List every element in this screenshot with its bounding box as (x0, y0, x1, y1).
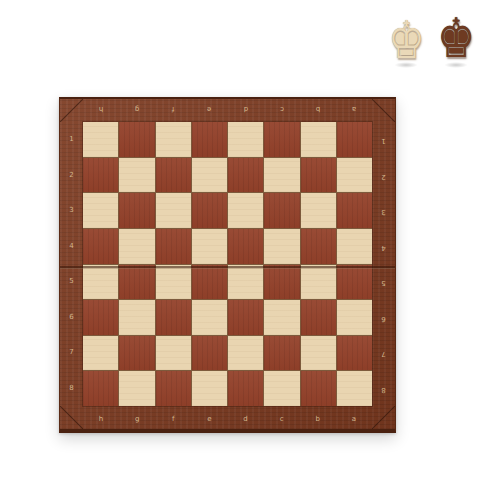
square-d5 (228, 265, 263, 300)
square-g8 (119, 371, 154, 406)
square-g7 (119, 336, 154, 371)
square-e5 (192, 265, 227, 300)
square-h8 (83, 371, 118, 406)
display-pieces: ♚ ♚ (383, 10, 480, 66)
coord-label: a (336, 406, 372, 429)
square-a4 (337, 229, 372, 264)
coord-label: 6 (372, 300, 395, 336)
coord-label: a (336, 99, 372, 122)
square-d6 (228, 300, 263, 335)
coord-label: d (228, 406, 264, 429)
square-h4 (83, 229, 118, 264)
coord-label: 2 (372, 158, 395, 194)
square-d8 (228, 371, 263, 406)
square-g1 (119, 122, 154, 157)
square-a8 (337, 371, 372, 406)
coord-label: c (264, 99, 300, 122)
square-b6 (301, 300, 336, 335)
dark-king: ♚ (437, 12, 475, 66)
coord-label: 3 (60, 193, 83, 229)
square-c4 (264, 229, 299, 264)
square-e7 (192, 336, 227, 371)
square-c6 (264, 300, 299, 335)
coord-label: 4 (372, 229, 395, 265)
square-d2 (228, 158, 263, 193)
rank-labels-left: 12345678 (60, 122, 83, 406)
square-e3 (192, 193, 227, 228)
square-h3 (83, 193, 118, 228)
square-g2 (119, 158, 154, 193)
frame-mitre-bottom-right (372, 406, 395, 429)
product-photo-stage: ♚ ♚ hgfedcba hgfedcba 12345678 12345678 (0, 0, 500, 500)
coord-label: e (191, 99, 227, 122)
white-king: ♚ (388, 14, 424, 66)
coord-label: 2 (60, 158, 83, 194)
coord-label: 1 (60, 122, 83, 158)
square-f5 (156, 265, 191, 300)
square-a2 (337, 158, 372, 193)
coord-label: e (191, 406, 227, 429)
square-b8 (301, 371, 336, 406)
frame-mitre-top-left (60, 99, 83, 122)
square-b5 (301, 265, 336, 300)
coord-label: 8 (372, 371, 395, 407)
square-f8 (156, 371, 191, 406)
square-c3 (264, 193, 299, 228)
square-f2 (156, 158, 191, 193)
coord-label: f (155, 406, 191, 429)
coord-label: 8 (60, 371, 83, 407)
square-d7 (228, 336, 263, 371)
coord-label: g (119, 406, 155, 429)
square-e8 (192, 371, 227, 406)
coord-label: 3 (372, 193, 395, 229)
square-e4 (192, 229, 227, 264)
square-a6 (337, 300, 372, 335)
coord-label: c (264, 406, 300, 429)
square-e1 (192, 122, 227, 157)
dark-king-glyph: ♚ (437, 7, 475, 70)
square-c1 (264, 122, 299, 157)
square-c8 (264, 371, 299, 406)
square-d4 (228, 229, 263, 264)
square-d3 (228, 193, 263, 228)
coord-label: b (300, 406, 336, 429)
square-c5 (264, 265, 299, 300)
square-h7 (83, 336, 118, 371)
coord-label: 7 (60, 335, 83, 371)
squares-grid (83, 122, 372, 406)
square-b2 (301, 158, 336, 193)
square-c7 (264, 336, 299, 371)
square-f7 (156, 336, 191, 371)
coord-label: 7 (372, 335, 395, 371)
coord-label: h (83, 99, 119, 122)
square-a7 (337, 336, 372, 371)
coord-label: 5 (60, 264, 83, 300)
square-b3 (301, 193, 336, 228)
frame-mitre-top-right (372, 99, 395, 122)
white-king-glyph: ♚ (388, 10, 424, 70)
square-a1 (337, 122, 372, 157)
square-b1 (301, 122, 336, 157)
square-d1 (228, 122, 263, 157)
white-king-shadow (395, 62, 418, 68)
square-a3 (337, 193, 372, 228)
square-h5 (83, 265, 118, 300)
square-h2 (83, 158, 118, 193)
square-a5 (337, 265, 372, 300)
coord-label: 5 (372, 264, 395, 300)
frame-mitre-bottom-left (60, 406, 83, 429)
square-e6 (192, 300, 227, 335)
square-b4 (301, 229, 336, 264)
square-f3 (156, 193, 191, 228)
square-e2 (192, 158, 227, 193)
coord-label: 6 (60, 300, 83, 336)
coord-label: f (155, 99, 191, 122)
square-g3 (119, 193, 154, 228)
square-g5 (119, 265, 154, 300)
coord-label: b (300, 99, 336, 122)
square-h1 (83, 122, 118, 157)
rank-labels-right: 12345678 (372, 122, 395, 406)
coord-label: 4 (60, 229, 83, 265)
square-f1 (156, 122, 191, 157)
chessboard: hgfedcba hgfedcba 12345678 12345678 (59, 97, 396, 433)
square-g6 (119, 300, 154, 335)
dark-king-shadow (444, 62, 467, 68)
square-b7 (301, 336, 336, 371)
coord-label: 1 (372, 122, 395, 158)
coord-label: h (83, 406, 119, 429)
square-h6 (83, 300, 118, 335)
square-f4 (156, 229, 191, 264)
coord-label: d (228, 99, 264, 122)
coord-label: g (119, 99, 155, 122)
file-labels-bottom: hgfedcba (83, 406, 372, 429)
square-f6 (156, 300, 191, 335)
square-g4 (119, 229, 154, 264)
square-c2 (264, 158, 299, 193)
file-labels-top: hgfedcba (83, 99, 372, 122)
